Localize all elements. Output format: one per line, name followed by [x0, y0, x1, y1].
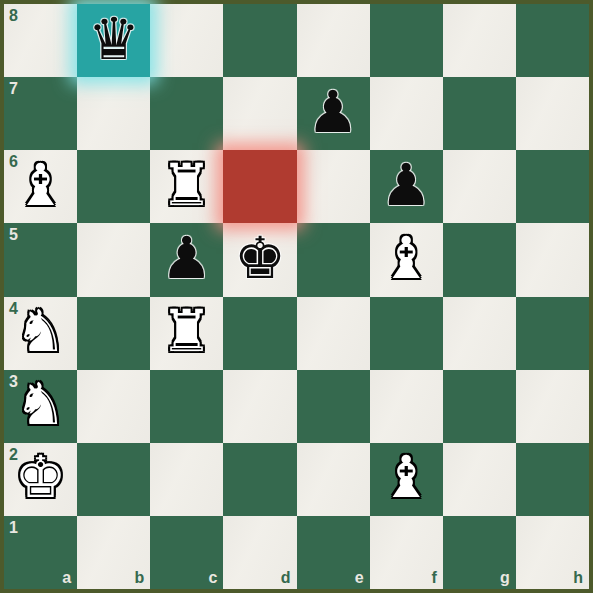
square-h3[interactable] [516, 370, 589, 443]
square-c4[interactable]: ♜ [150, 297, 223, 370]
square-c6[interactable]: ♜ [150, 150, 223, 223]
rank-label-1: 1 [9, 519, 18, 537]
square-g2[interactable] [443, 443, 516, 516]
square-g4[interactable] [443, 297, 516, 370]
square-b2[interactable] [77, 443, 150, 516]
piece-black-pawn[interactable]: ♟ [380, 156, 432, 214]
square-a1[interactable]: 1a [4, 516, 77, 589]
square-c7[interactable] [150, 77, 223, 150]
square-e8[interactable] [297, 4, 370, 77]
file-label-c: c [208, 569, 217, 587]
square-b4[interactable] [77, 297, 150, 370]
square-a7[interactable]: 7 [4, 77, 77, 150]
square-g7[interactable] [443, 77, 516, 150]
square-h7[interactable] [516, 77, 589, 150]
rank-label-4: 4 [9, 300, 18, 318]
piece-white-knight[interactable]: ♞ [15, 302, 67, 360]
square-a5[interactable]: 5 [4, 223, 77, 296]
square-d2[interactable] [223, 443, 296, 516]
square-d5[interactable]: ♚ [223, 223, 296, 296]
square-f2[interactable]: ♝ [370, 443, 443, 516]
square-c8[interactable] [150, 4, 223, 77]
rank-label-6: 6 [9, 153, 18, 171]
square-e6[interactable] [297, 150, 370, 223]
piece-white-king[interactable]: ♚ [15, 448, 67, 506]
file-label-h: h [573, 569, 583, 587]
square-h2[interactable] [516, 443, 589, 516]
square-b8[interactable]: ♛ [77, 4, 150, 77]
square-e7[interactable]: ♟ [297, 77, 370, 150]
square-e5[interactable] [297, 223, 370, 296]
file-label-g: g [500, 569, 510, 587]
square-d3[interactable] [223, 370, 296, 443]
square-d8[interactable] [223, 4, 296, 77]
square-c3[interactable] [150, 370, 223, 443]
square-b3[interactable] [77, 370, 150, 443]
square-f4[interactable] [370, 297, 443, 370]
rank-label-7: 7 [9, 80, 18, 98]
square-g8[interactable] [443, 4, 516, 77]
square-e4[interactable] [297, 297, 370, 370]
square-c5[interactable]: ♟ [150, 223, 223, 296]
square-a4[interactable]: 4♞ [4, 297, 77, 370]
square-a6[interactable]: 6♝ [4, 150, 77, 223]
square-g1[interactable]: g [443, 516, 516, 589]
square-h4[interactable] [516, 297, 589, 370]
piece-white-rook[interactable]: ♜ [161, 302, 213, 360]
piece-black-pawn[interactable]: ♟ [161, 229, 213, 287]
square-f1[interactable]: f [370, 516, 443, 589]
rank-label-8: 8 [9, 7, 18, 25]
square-b5[interactable] [77, 223, 150, 296]
square-a3[interactable]: 3♞ [4, 370, 77, 443]
square-g5[interactable] [443, 223, 516, 296]
chess-board-frame: 8♛7♟6♝♜♟5♟♚♝4♞♜3♞2♚♝1abcdefgh [0, 0, 593, 593]
square-h1[interactable]: h [516, 516, 589, 589]
square-f3[interactable] [370, 370, 443, 443]
square-h6[interactable] [516, 150, 589, 223]
square-d7[interactable] [223, 77, 296, 150]
square-d4[interactable] [223, 297, 296, 370]
piece-black-king[interactable]: ♚ [234, 229, 286, 287]
square-d1[interactable]: d [223, 516, 296, 589]
file-label-b: b [134, 569, 144, 587]
piece-white-bishop[interactable]: ♝ [380, 448, 432, 506]
rank-label-2: 2 [9, 446, 18, 464]
piece-black-queen[interactable]: ♛ [88, 10, 140, 68]
square-b7[interactable] [77, 77, 150, 150]
square-b1[interactable]: b [77, 516, 150, 589]
rank-label-3: 3 [9, 373, 18, 391]
square-g3[interactable] [443, 370, 516, 443]
square-d6[interactable] [223, 150, 296, 223]
chess-board: 8♛7♟6♝♜♟5♟♚♝4♞♜3♞2♚♝1abcdefgh [4, 4, 589, 589]
piece-white-knight[interactable]: ♞ [15, 375, 67, 433]
square-g6[interactable] [443, 150, 516, 223]
square-h5[interactable] [516, 223, 589, 296]
square-e3[interactable] [297, 370, 370, 443]
piece-white-bishop[interactable]: ♝ [380, 229, 432, 287]
file-label-d: d [281, 569, 291, 587]
square-a8[interactable]: 8 [4, 4, 77, 77]
square-a2[interactable]: 2♚ [4, 443, 77, 516]
square-f7[interactable] [370, 77, 443, 150]
square-f5[interactable]: ♝ [370, 223, 443, 296]
square-b6[interactable] [77, 150, 150, 223]
file-label-e: e [355, 569, 364, 587]
piece-white-bishop[interactable]: ♝ [15, 156, 67, 214]
rank-label-5: 5 [9, 226, 18, 244]
square-e1[interactable]: e [297, 516, 370, 589]
file-label-a: a [62, 569, 71, 587]
square-c1[interactable]: c [150, 516, 223, 589]
square-e2[interactable] [297, 443, 370, 516]
piece-white-rook[interactable]: ♜ [161, 156, 213, 214]
square-f6[interactable]: ♟ [370, 150, 443, 223]
square-f8[interactable] [370, 4, 443, 77]
square-c2[interactable] [150, 443, 223, 516]
file-label-f: f [431, 569, 436, 587]
square-h8[interactable] [516, 4, 589, 77]
piece-black-pawn[interactable]: ♟ [307, 83, 359, 141]
